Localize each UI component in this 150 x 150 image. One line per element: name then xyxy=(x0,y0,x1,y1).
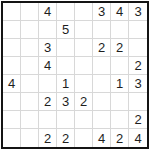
cell-r4c8: 2 xyxy=(129,57,147,75)
cell-r4c7[interactable] xyxy=(111,57,129,75)
cell-r4c3: 4 xyxy=(39,57,57,75)
cell-r3c2[interactable] xyxy=(21,39,39,57)
cell-r5c1: 4 xyxy=(3,75,21,93)
cell-r3c8[interactable] xyxy=(129,39,147,57)
cell-r6c7[interactable] xyxy=(111,93,129,111)
cell-r3c1[interactable] xyxy=(3,39,21,57)
cell-r7c4[interactable] xyxy=(57,111,75,129)
cell-r6c5: 2 xyxy=(75,93,93,111)
cell-r5c8: 3 xyxy=(129,75,147,93)
cell-r3c5[interactable] xyxy=(75,39,93,57)
cell-r8c7: 2 xyxy=(111,129,129,147)
cell-r7c3[interactable] xyxy=(39,111,57,129)
cell-r8c4: 2 xyxy=(57,129,75,147)
cell-r2c2[interactable] xyxy=(21,21,39,39)
cell-r4c6[interactable] xyxy=(93,57,111,75)
cell-r5c3[interactable] xyxy=(39,75,57,93)
cell-r8c3: 2 xyxy=(39,129,57,147)
cell-r6c6[interactable] xyxy=(93,93,111,111)
cell-r1c2[interactable] xyxy=(21,3,39,21)
cell-r5c5[interactable] xyxy=(75,75,93,93)
cell-r7c6[interactable] xyxy=(93,111,111,129)
cell-r1c5[interactable] xyxy=(75,3,93,21)
cell-r4c1[interactable] xyxy=(3,57,21,75)
cell-r8c6: 4 xyxy=(93,129,111,147)
cell-r5c6[interactable] xyxy=(93,75,111,93)
cell-r3c4[interactable] xyxy=(57,39,75,57)
cell-r6c2[interactable] xyxy=(21,93,39,111)
cell-r7c5[interactable] xyxy=(75,111,93,129)
cell-r7c2[interactable] xyxy=(21,111,39,129)
cell-r2c4: 5 xyxy=(57,21,75,39)
cell-r6c3: 2 xyxy=(39,93,57,111)
cell-r1c6: 3 xyxy=(93,3,111,21)
cell-r2c5[interactable] xyxy=(75,21,93,39)
cell-r2c3[interactable] xyxy=(39,21,57,39)
cell-r1c3: 4 xyxy=(39,3,57,21)
cell-r6c4: 3 xyxy=(57,93,75,111)
cell-r2c1[interactable] xyxy=(3,21,21,39)
cell-r2c6[interactable] xyxy=(93,21,111,39)
puzzle-board: 43435322424113232222424 xyxy=(1,1,149,149)
cell-r1c4[interactable] xyxy=(57,3,75,21)
cell-r8c1[interactable] xyxy=(3,129,21,147)
cell-r4c5[interactable] xyxy=(75,57,93,75)
cell-r1c1[interactable] xyxy=(3,3,21,21)
cell-r8c8: 4 xyxy=(129,129,147,147)
cell-r6c8[interactable] xyxy=(129,93,147,111)
cell-r5c7: 1 xyxy=(111,75,129,93)
cell-r8c2[interactable] xyxy=(21,129,39,147)
cell-r4c4[interactable] xyxy=(57,57,75,75)
cell-r1c7: 4 xyxy=(111,3,129,21)
cell-r7c7[interactable] xyxy=(111,111,129,129)
cell-r1c8: 3 xyxy=(129,3,147,21)
cell-r2c7[interactable] xyxy=(111,21,129,39)
cell-r3c6: 2 xyxy=(93,39,111,57)
cell-r6c1[interactable] xyxy=(3,93,21,111)
cell-r3c3: 3 xyxy=(39,39,57,57)
cell-r5c2[interactable] xyxy=(21,75,39,93)
cell-r5c4: 1 xyxy=(57,75,75,93)
cell-r2c8[interactable] xyxy=(129,21,147,39)
cell-r7c1[interactable] xyxy=(3,111,21,129)
cell-r7c8: 2 xyxy=(129,111,147,129)
cell-r8c5[interactable] xyxy=(75,129,93,147)
cell-r3c7: 2 xyxy=(111,39,129,57)
cell-r4c2[interactable] xyxy=(21,57,39,75)
